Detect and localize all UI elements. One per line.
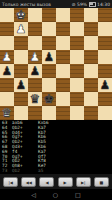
square-a5[interactable]: ♟: [0, 50, 14, 64]
square-e3[interactable]: [56, 78, 70, 92]
square-h8[interactable]: [98, 8, 112, 22]
square-h2[interactable]: [98, 92, 112, 106]
status-bar: Только жесты вызов ⊘ 59% 14:30: [0, 0, 112, 8]
square-f4[interactable]: [70, 64, 84, 78]
square-c3[interactable]: [28, 78, 42, 92]
square-f1[interactable]: [70, 106, 84, 120]
square-g7[interactable]: [84, 22, 98, 36]
square-d3[interactable]: [42, 78, 56, 92]
square-d7[interactable]: [42, 22, 56, 36]
square-e7[interactable]: [56, 22, 70, 36]
black-pawn: ♟: [16, 78, 27, 92]
square-a1[interactable]: ♛: [0, 106, 14, 120]
mute-icon: ⊘: [72, 2, 76, 7]
step-forward-button[interactable]: ▶: [58, 177, 73, 187]
square-e5[interactable]: [56, 50, 70, 64]
square-f7[interactable]: [70, 22, 84, 36]
square-c2[interactable]: ♛: [28, 92, 42, 106]
square-h6[interactable]: [98, 36, 112, 50]
chess-board: ♚♟♟♟♟♟♟♟♟♛♚♛: [0, 8, 112, 120]
square-f6[interactable]: [70, 36, 84, 50]
fast-back-button[interactable]: ◀◀: [21, 177, 36, 187]
white-pawn: ♟: [30, 50, 41, 64]
square-h7[interactable]: [98, 22, 112, 36]
square-d4[interactable]: [42, 64, 56, 78]
square-e6[interactable]: [56, 36, 70, 50]
square-b1[interactable]: [14, 106, 28, 120]
square-e1[interactable]: [56, 106, 70, 120]
clock: 14:30: [97, 2, 110, 7]
white-queen: ♛: [2, 106, 13, 120]
square-a2[interactable]: [0, 92, 14, 106]
white-pawn: ♟: [2, 50, 13, 64]
square-e8[interactable]: [56, 8, 70, 22]
square-h3[interactable]: ♟: [98, 78, 112, 92]
white-king: ♚: [16, 8, 27, 22]
black-pawn: ♟: [30, 64, 41, 78]
square-c4[interactable]: ♟: [28, 64, 42, 78]
square-d2[interactable]: ♚: [42, 92, 56, 106]
playback-controls: |◀◀◀◀▶▶|■: [0, 174, 112, 189]
square-a4[interactable]: ♟: [0, 64, 14, 78]
square-b5[interactable]: [14, 50, 28, 64]
square-b4[interactable]: [14, 64, 28, 78]
square-c7[interactable]: [28, 22, 42, 36]
stop-button[interactable]: ■: [94, 177, 109, 187]
white-pawn: ♟: [16, 22, 27, 36]
move-number: 73: [2, 169, 12, 174]
square-g5[interactable]: [84, 50, 98, 64]
square-f5[interactable]: [70, 50, 84, 64]
square-f2[interactable]: [70, 92, 84, 106]
square-b2[interactable]: [14, 92, 28, 106]
square-b6[interactable]: [14, 36, 28, 50]
square-a6[interactable]: [0, 36, 14, 50]
move-list[interactable]: 63axb6Kxb664Qb2+Ka765Qd4+Kb766Qg7+Kb667Q…: [0, 120, 112, 174]
android-nav-bar: ◁ ○ □: [0, 189, 112, 200]
square-g6[interactable]: [84, 36, 98, 50]
black-move: a5: [38, 169, 112, 174]
square-c6[interactable]: [28, 36, 42, 50]
go-first-button[interactable]: |◀: [3, 177, 18, 187]
black-king: ♚: [44, 92, 55, 106]
square-c5[interactable]: ♟: [28, 50, 42, 64]
square-f3[interactable]: [70, 78, 84, 92]
square-d5[interactable]: ♟: [42, 50, 56, 64]
square-e2[interactable]: [56, 92, 70, 106]
square-g3[interactable]: [84, 78, 98, 92]
go-last-button[interactable]: ▶|: [76, 177, 91, 187]
black-queen: ♛: [30, 92, 41, 106]
home-button[interactable]: ○: [53, 189, 58, 200]
square-d8[interactable]: [42, 8, 56, 22]
square-g4[interactable]: [84, 64, 98, 78]
recents-button[interactable]: □: [75, 189, 81, 200]
phone-screen: Только жесты вызов ⊘ 59% 14:30 ♚♟♟♟♟♟♟♟♟…: [0, 0, 112, 200]
square-a3[interactable]: [0, 78, 14, 92]
back-button[interactable]: ◁: [31, 189, 36, 200]
move-row: 73Qb2a5: [2, 169, 112, 174]
square-a7[interactable]: [0, 22, 14, 36]
square-c1[interactable]: [28, 106, 42, 120]
battery-icon: [89, 2, 96, 7]
square-b8[interactable]: ♚: [14, 8, 28, 22]
status-right-cluster: ⊘ 59% 14:30: [72, 2, 110, 7]
square-a8[interactable]: [0, 8, 14, 22]
square-c8[interactable]: [28, 8, 42, 22]
square-b3[interactable]: ♟: [14, 78, 28, 92]
square-g2[interactable]: [84, 92, 98, 106]
square-d6[interactable]: [42, 36, 56, 50]
square-h5[interactable]: [98, 50, 112, 64]
square-d1[interactable]: [42, 106, 56, 120]
square-g8[interactable]: [84, 8, 98, 22]
battery-percent: 59%: [77, 2, 87, 7]
black-pawn: ♟: [100, 78, 111, 92]
black-pawn: ♟: [44, 50, 55, 64]
black-pawn: ♟: [2, 64, 13, 78]
step-back-button[interactable]: ◀: [39, 177, 54, 187]
square-g1[interactable]: [84, 106, 98, 120]
square-h4[interactable]: [98, 64, 112, 78]
square-f8[interactable]: [70, 8, 84, 22]
status-notification-text: Только жесты вызов: [2, 2, 51, 7]
square-h1[interactable]: [98, 106, 112, 120]
square-b7[interactable]: ♟: [14, 22, 28, 36]
white-move: Qb2: [12, 169, 38, 174]
square-e4[interactable]: [56, 64, 70, 78]
